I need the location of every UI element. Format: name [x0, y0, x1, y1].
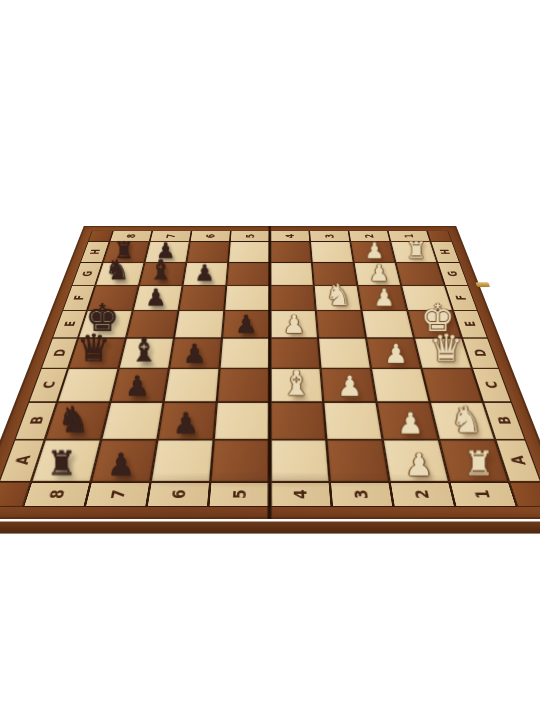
coordinate-text: B [494, 416, 513, 424]
coordinate-text: H [438, 249, 452, 254]
piece-white-pawn-e4[interactable]: ♟ [283, 312, 305, 337]
square-f7[interactable]: ♟ [133, 285, 183, 310]
piece-black-pawn-e5[interactable]: ♟ [235, 312, 257, 337]
square-g4[interactable] [270, 262, 314, 285]
piece-white-pawn-h2[interactable]: ♟ [365, 240, 385, 262]
rank-label-6: 6 [190, 231, 231, 242]
square-d7[interactable]: ♝ [119, 338, 174, 368]
square-b7[interactable] [101, 402, 163, 440]
rank-label-8: 8 [23, 482, 91, 507]
coordinate-text: A [508, 455, 528, 465]
coordinate-text: 3 [352, 489, 371, 498]
coordinate-text: 4 [284, 234, 296, 238]
coordinate-text: E [462, 321, 478, 326]
square-c5[interactable] [217, 368, 270, 402]
coordinate-text: D [472, 349, 489, 356]
piece-black-knight-b8[interactable]: ♞ [57, 402, 90, 438]
square-d8[interactable]: ♛ [68, 338, 126, 368]
piece-white-pawn-c3[interactable]: ♟ [337, 373, 362, 401]
piece-black-bishop-d7[interactable]: ♝ [129, 335, 158, 368]
chessboard-scene: 87654321H♜♟♟♜HG♞♝♟♟GF♟♞♟FE♚♟♟♚ED♛♝♟♟♛DC♟… [40, 108, 500, 568]
square-c8[interactable] [57, 368, 118, 402]
rank-label-4: 4 [270, 231, 310, 242]
piece-black-bishop-g7[interactable]: ♝ [148, 256, 173, 284]
square-g7[interactable]: ♝ [139, 262, 186, 285]
coordinate-text: A [12, 455, 32, 465]
coordinate-text: 3 [324, 234, 336, 238]
square-g8[interactable]: ♞ [95, 262, 144, 285]
square-h5[interactable] [228, 241, 270, 262]
square-g1[interactable] [395, 262, 444, 285]
piece-black-pawn-f7[interactable]: ♟ [145, 286, 166, 310]
square-b3[interactable] [323, 402, 382, 440]
rank-label-3: 3 [309, 231, 350, 242]
piece-black-pawn-b6[interactable]: ♟ [173, 409, 199, 438]
square-c7[interactable]: ♟ [110, 368, 169, 402]
piece-black-rook-a8[interactable]: ♜ [46, 446, 76, 480]
coordinate-text: 5 [244, 234, 256, 238]
coordinate-text: 8 [47, 489, 67, 498]
brass-latch-icon [476, 282, 491, 286]
piece-white-pawn-f2[interactable]: ♟ [373, 286, 394, 310]
coordinate-text: H [88, 249, 102, 254]
square-f6[interactable] [178, 285, 226, 310]
piece-white-pawn-d2[interactable]: ♟ [384, 341, 408, 367]
piece-black-pawn-c7[interactable]: ♟ [125, 373, 150, 401]
square-g6[interactable]: ♟ [183, 262, 229, 285]
square-c3[interactable]: ♟ [320, 368, 376, 402]
square-d6[interactable]: ♟ [169, 338, 222, 368]
square-c2[interactable] [371, 368, 430, 402]
coordinate-text: C [483, 381, 501, 388]
square-b8[interactable]: ♞ [45, 402, 111, 440]
square-g2[interactable]: ♟ [354, 262, 401, 285]
piece-white-knight-f3[interactable]: ♞ [325, 280, 351, 309]
coordinate-text: 1 [472, 489, 492, 498]
coordinate-text: 5 [231, 489, 249, 498]
square-e2[interactable] [362, 310, 414, 338]
square-g5[interactable] [226, 262, 270, 285]
coordinate-text: G [445, 271, 459, 276]
coordinate-text: D [51, 349, 68, 356]
piece-white-knight-b1[interactable]: ♞ [450, 402, 483, 438]
square-f4[interactable] [270, 285, 316, 310]
square-e6[interactable] [174, 310, 224, 338]
square-f5[interactable] [224, 285, 270, 310]
coordinate-text: F [72, 295, 87, 300]
square-h4[interactable] [270, 241, 312, 262]
square-e3[interactable] [316, 310, 366, 338]
square-b2[interactable]: ♟ [376, 402, 438, 440]
rank-label-1: 1 [449, 482, 517, 507]
border-corner [427, 231, 452, 242]
rank-label-5: 5 [230, 231, 270, 242]
coordinate-text: 6 [204, 234, 216, 238]
piece-black-queen-d8[interactable]: ♛ [77, 329, 111, 367]
piece-black-pawn-g6[interactable]: ♟ [194, 262, 214, 285]
coordinate-text: F [454, 295, 469, 300]
coordinate-text: C [40, 381, 58, 388]
square-b5[interactable] [214, 402, 270, 440]
piece-white-pawn-g2[interactable]: ♟ [369, 262, 389, 285]
square-c4[interactable]: ♝ [270, 368, 323, 402]
piece-white-bishop-c4[interactable]: ♝ [281, 366, 312, 400]
coordinate-text: G [80, 271, 94, 276]
square-d5[interactable] [220, 338, 270, 368]
coordinate-text: 4 [291, 489, 309, 498]
coordinate-text: B [27, 416, 46, 424]
piece-black-pawn-d6[interactable]: ♟ [183, 341, 207, 367]
square-d1[interactable]: ♛ [414, 338, 472, 368]
square-d3[interactable] [318, 338, 371, 368]
board-front-edge [0, 521, 540, 533]
board-shadow [55, 472, 485, 488]
piece-black-knight-g8[interactable]: ♞ [105, 256, 130, 284]
square-e5[interactable]: ♟ [222, 310, 270, 338]
piece-white-rook-h1[interactable]: ♜ [406, 238, 427, 261]
square-e4[interactable]: ♟ [270, 310, 318, 338]
square-f2[interactable]: ♟ [357, 285, 407, 310]
square-h3[interactable] [310, 241, 354, 262]
square-c6[interactable] [164, 368, 220, 402]
file-label-d: D [462, 338, 499, 368]
piece-white-pawn-b2[interactable]: ♟ [397, 409, 423, 438]
coordinate-text: E [62, 321, 78, 326]
coordinate-text: 6 [169, 489, 188, 498]
square-f3[interactable]: ♞ [314, 285, 362, 310]
square-d2[interactable]: ♟ [366, 338, 421, 368]
square-b4[interactable] [270, 402, 326, 440]
square-b6[interactable]: ♟ [157, 402, 216, 440]
coordinate-text: 7 [108, 489, 128, 498]
piece-white-rook-a1[interactable]: ♜ [464, 446, 494, 480]
square-h1[interactable]: ♜ [390, 241, 437, 262]
piece-white-queen-d1[interactable]: ♛ [429, 329, 463, 367]
coordinate-text: 2 [412, 489, 432, 498]
